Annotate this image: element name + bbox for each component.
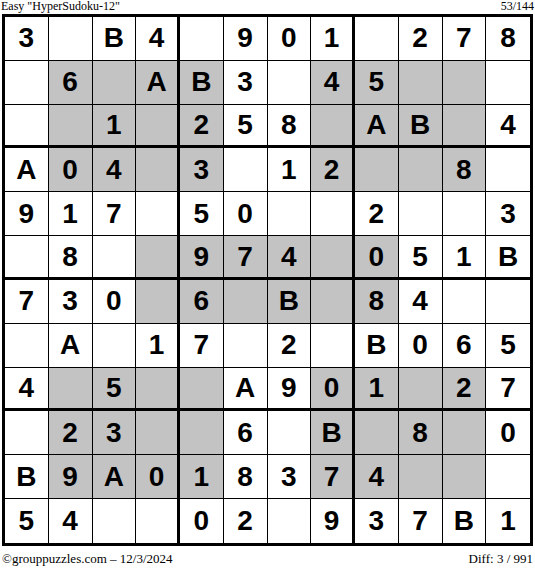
cell-r9c2[interactable] xyxy=(49,368,93,412)
cell-r9c4[interactable] xyxy=(136,368,180,412)
cell-r4c5[interactable]: 3 xyxy=(180,148,224,192)
cell-r12c9[interactable]: 3 xyxy=(355,499,399,543)
cell-r2c12[interactable] xyxy=(486,61,530,105)
cell-r9c10[interactable] xyxy=(399,368,443,412)
cell-r7c8[interactable] xyxy=(311,280,355,324)
cell-r10c8[interactable]: B xyxy=(311,411,355,455)
cell-r8c3[interactable] xyxy=(93,324,137,368)
cell-r5c7[interactable] xyxy=(268,192,312,236)
cell-r1c5[interactable] xyxy=(180,17,224,61)
cell-r3c3[interactable]: 1 xyxy=(93,105,137,149)
cell-r7c10[interactable]: 4 xyxy=(399,280,443,324)
cell-r8c9[interactable]: B xyxy=(355,324,399,368)
cell-r5c10[interactable] xyxy=(399,192,443,236)
cell-r4c6[interactable] xyxy=(224,148,268,192)
cell-r7c3[interactable]: 0 xyxy=(93,280,137,324)
cell-r2c2[interactable]: 6 xyxy=(49,61,93,105)
cell-r2c3[interactable] xyxy=(93,61,137,105)
header: Easy "HyperSudoku-12" 53/144 xyxy=(0,0,535,14)
cell-r10c5[interactable] xyxy=(180,411,224,455)
cell-r9c9[interactable]: 1 xyxy=(355,368,399,412)
cell-r2c10[interactable] xyxy=(399,61,443,105)
cell-r3c4[interactable] xyxy=(136,105,180,149)
cell-r2c5[interactable]: B xyxy=(180,61,224,105)
cell-r8c7[interactable]: 2 xyxy=(268,324,312,368)
cell-r1c4[interactable]: 4 xyxy=(136,17,180,61)
cell-r4c9[interactable] xyxy=(355,148,399,192)
cell-r4c11[interactable]: 8 xyxy=(443,148,487,192)
cell-r6c2[interactable]: 8 xyxy=(49,236,93,280)
cell-r5c4[interactable] xyxy=(136,192,180,236)
cell-r2c8[interactable]: 4 xyxy=(311,61,355,105)
cell-r7c6[interactable] xyxy=(224,280,268,324)
cell-r3c7[interactable]: 8 xyxy=(268,105,312,149)
cell-r6c6[interactable]: 7 xyxy=(224,236,268,280)
cell-r1c12[interactable]: 8 xyxy=(486,17,530,61)
cell-r6c11[interactable]: 1 xyxy=(443,236,487,280)
cell-r10c10[interactable]: 8 xyxy=(399,411,443,455)
cell-r3c1[interactable] xyxy=(5,105,49,149)
cell-r5c12[interactable]: 3 xyxy=(486,192,530,236)
cell-r2c11[interactable] xyxy=(443,61,487,105)
cell-r8c12[interactable]: 5 xyxy=(486,324,530,368)
cell-r11c9[interactable]: 4 xyxy=(355,455,399,499)
cell-r4c1[interactable]: A xyxy=(5,148,49,192)
cell-r8c4[interactable]: 1 xyxy=(136,324,180,368)
cell-r7c11[interactable] xyxy=(443,280,487,324)
puzzle-page: Easy "HyperSudoku-12" 53/144 3B49012786A… xyxy=(0,0,535,569)
cell-r12c1[interactable]: 5 xyxy=(5,499,49,543)
cell-r3c10[interactable]: B xyxy=(399,105,443,149)
cell-r4c3[interactable]: 4 xyxy=(93,148,137,192)
cell-r5c5[interactable]: 5 xyxy=(180,192,224,236)
cell-r5c2[interactable]: 1 xyxy=(49,192,93,236)
puzzle-counter: 53/144 xyxy=(501,0,534,13)
cell-r11c1[interactable]: B xyxy=(5,455,49,499)
cell-r7c7[interactable]: B xyxy=(268,280,312,324)
cell-r11c8[interactable]: 7 xyxy=(311,455,355,499)
cell-r11c12[interactable] xyxy=(486,455,530,499)
cell-r9c11[interactable]: 2 xyxy=(443,368,487,412)
cell-r11c3[interactable]: A xyxy=(93,455,137,499)
cell-r11c10[interactable] xyxy=(399,455,443,499)
cell-r5c9[interactable]: 2 xyxy=(355,192,399,236)
cell-r3c6[interactable]: 5 xyxy=(224,105,268,149)
cell-r12c7[interactable] xyxy=(268,499,312,543)
cell-r11c11[interactable] xyxy=(443,455,487,499)
cell-r6c9[interactable]: 0 xyxy=(355,236,399,280)
cell-r9c12[interactable]: 7 xyxy=(486,368,530,412)
cell-r2c9[interactable]: 5 xyxy=(355,61,399,105)
cell-r12c6[interactable]: 2 xyxy=(224,499,268,543)
cell-r2c7[interactable] xyxy=(268,61,312,105)
difficulty-text: Diff: 3 / 991 xyxy=(469,551,533,566)
cell-r5c11[interactable] xyxy=(443,192,487,236)
cell-r1c9[interactable] xyxy=(355,17,399,61)
cell-r6c7[interactable]: 4 xyxy=(268,236,312,280)
puzzle-title: Easy "HyperSudoku-12" xyxy=(1,0,120,13)
cell-r9c6[interactable]: A xyxy=(224,368,268,412)
cell-r12c11[interactable]: B xyxy=(443,499,487,543)
cell-r4c12[interactable] xyxy=(486,148,530,192)
cell-r6c1[interactable] xyxy=(5,236,49,280)
cell-r2c4[interactable]: A xyxy=(136,61,180,105)
cell-r9c3[interactable]: 5 xyxy=(93,368,137,412)
cell-r5c1[interactable]: 9 xyxy=(5,192,49,236)
cell-r8c5[interactable]: 7 xyxy=(180,324,224,368)
cell-r4c4[interactable] xyxy=(136,148,180,192)
cell-r11c5[interactable]: 1 xyxy=(180,455,224,499)
cell-r4c2[interactable]: 0 xyxy=(49,148,93,192)
cell-r1c10[interactable]: 2 xyxy=(399,17,443,61)
cell-r12c8[interactable]: 9 xyxy=(311,499,355,543)
cell-r3c11[interactable] xyxy=(443,105,487,149)
cell-r5c3[interactable]: 7 xyxy=(93,192,137,236)
cell-r3c12[interactable]: 4 xyxy=(486,105,530,149)
cell-r5c8[interactable] xyxy=(311,192,355,236)
cell-r10c3[interactable]: 3 xyxy=(93,411,137,455)
cell-r11c4[interactable]: 0 xyxy=(136,455,180,499)
cell-r11c2[interactable]: 9 xyxy=(49,455,93,499)
cell-r8c6[interactable] xyxy=(224,324,268,368)
cell-r11c7[interactable]: 3 xyxy=(268,455,312,499)
cell-r8c11[interactable]: 6 xyxy=(443,324,487,368)
cell-r1c7[interactable]: 0 xyxy=(268,17,312,61)
cell-r6c10[interactable]: 5 xyxy=(399,236,443,280)
cell-r12c10[interactable]: 7 xyxy=(399,499,443,543)
cell-r10c4[interactable] xyxy=(136,411,180,455)
cell-r1c8[interactable]: 1 xyxy=(311,17,355,61)
cell-r1c6[interactable]: 9 xyxy=(224,17,268,61)
cell-r3c5[interactable]: 2 xyxy=(180,105,224,149)
cell-r6c12[interactable]: B xyxy=(486,236,530,280)
board: 3B49012786AB3451258AB4A04312891750238974… xyxy=(2,14,533,546)
cell-r7c9[interactable]: 8 xyxy=(355,280,399,324)
cell-r9c7[interactable]: 9 xyxy=(268,368,312,412)
cell-r2c6[interactable]: 3 xyxy=(224,61,268,105)
cell-r1c3[interactable]: B xyxy=(93,17,137,61)
cell-r9c1[interactable]: 4 xyxy=(5,368,49,412)
cell-r12c2[interactable]: 4 xyxy=(49,499,93,543)
cell-r7c2[interactable]: 3 xyxy=(49,280,93,324)
footer: ©grouppuzzles.com – 12/3/2024 Diff: 3 / … xyxy=(0,551,535,566)
cell-r7c1[interactable]: 7 xyxy=(5,280,49,324)
cell-r7c12[interactable] xyxy=(486,280,530,324)
cell-r10c11[interactable] xyxy=(443,411,487,455)
cell-r10c2[interactable]: 2 xyxy=(49,411,93,455)
cell-r6c4[interactable] xyxy=(136,236,180,280)
cell-r6c3[interactable] xyxy=(93,236,137,280)
cell-r7c5[interactable]: 6 xyxy=(180,280,224,324)
cell-r3c9[interactable]: A xyxy=(355,105,399,149)
cell-r12c12[interactable]: 1 xyxy=(486,499,530,543)
cell-r12c3[interactable] xyxy=(93,499,137,543)
cell-r6c5[interactable]: 9 xyxy=(180,236,224,280)
cell-r3c8[interactable] xyxy=(311,105,355,149)
cell-r1c1[interactable]: 3 xyxy=(5,17,49,61)
copyright-text: ©grouppuzzles.com – 12/3/2024 xyxy=(2,551,173,566)
cell-r11c6[interactable]: 8 xyxy=(224,455,268,499)
cell-r4c10[interactable] xyxy=(399,148,443,192)
cell-r2c1[interactable] xyxy=(5,61,49,105)
cell-r6c8[interactable] xyxy=(311,236,355,280)
cell-r8c2[interactable]: A xyxy=(49,324,93,368)
cell-r10c12[interactable]: 0 xyxy=(486,411,530,455)
cell-r9c5[interactable] xyxy=(180,368,224,412)
cell-r8c1[interactable] xyxy=(5,324,49,368)
cell-r1c2[interactable] xyxy=(49,17,93,61)
cell-r7c4[interactable] xyxy=(136,280,180,324)
cell-r9c8[interactable]: 0 xyxy=(311,368,355,412)
cell-r12c5[interactable]: 0 xyxy=(180,499,224,543)
cell-r4c8[interactable]: 2 xyxy=(311,148,355,192)
cell-r10c9[interactable] xyxy=(355,411,399,455)
cell-r5c6[interactable]: 0 xyxy=(224,192,268,236)
cell-r1c11[interactable]: 7 xyxy=(443,17,487,61)
cell-r12c4[interactable] xyxy=(136,499,180,543)
cell-r4c7[interactable]: 1 xyxy=(268,148,312,192)
cell-r10c1[interactable] xyxy=(5,411,49,455)
cell-r3c2[interactable] xyxy=(49,105,93,149)
cell-r10c6[interactable]: 6 xyxy=(224,411,268,455)
cell-r10c7[interactable] xyxy=(268,411,312,455)
cell-r8c8[interactable] xyxy=(311,324,355,368)
cell-r8c10[interactable]: 0 xyxy=(399,324,443,368)
